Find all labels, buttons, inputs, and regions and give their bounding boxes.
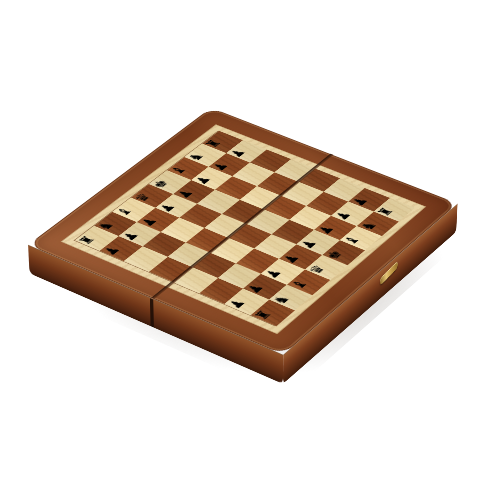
chess-set-photo: ♜♞♝♛♚♝♞♜♟♟♟♟♟♟♟♟♟♟♟♟♟♟♟♟♜♞♝♛♚♝♞♜ <box>0 0 480 480</box>
board-top-surface: ♜♞♝♛♚♝♞♜♟♟♟♟♟♟♟♟♟♟♟♟♟♟♟♟♜♞♝♛♚♝♞♜ <box>28 108 458 355</box>
fold-seam-side <box>150 298 154 328</box>
perspective-wrapper: ♜♞♝♛♚♝♞♜♟♟♟♟♟♟♟♟♟♟♟♟♟♟♟♟♜♞♝♛♚♝♞♜ <box>0 0 480 480</box>
piece-white-p-f2[interactable]: ♟ <box>314 216 347 237</box>
chess-board: ♜♞♝♛♚♝♞♜♟♟♟♟♟♟♟♟♟♟♟♟♟♟♟♟♜♞♝♛♚♝♞♜ <box>28 108 458 355</box>
